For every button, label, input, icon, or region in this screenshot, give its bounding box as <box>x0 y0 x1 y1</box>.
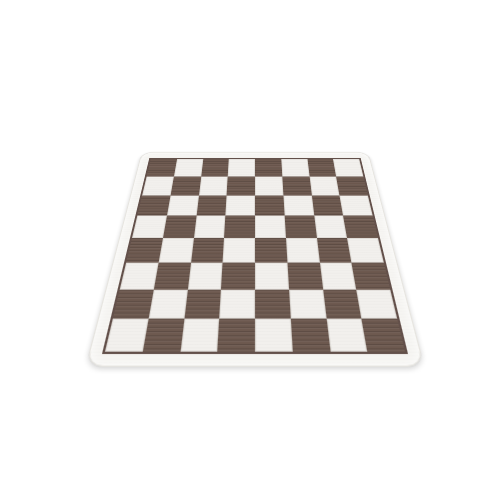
board-square-d3 <box>221 262 255 289</box>
board-square-e4 <box>255 238 287 262</box>
board-square-b1 <box>142 319 183 352</box>
board-square-d6 <box>226 195 255 215</box>
board-square-f3 <box>287 262 322 289</box>
board-square-d1 <box>217 319 255 352</box>
board-square-f2 <box>289 289 326 319</box>
board-square-a3 <box>120 262 159 289</box>
board-square-a6 <box>137 195 170 215</box>
board-square-c4 <box>191 238 225 262</box>
board-square-a1 <box>105 319 148 352</box>
board-square-g2 <box>323 289 362 319</box>
board-square-b7 <box>170 176 200 195</box>
board-square-g8 <box>307 159 336 176</box>
board-square-e3 <box>255 262 289 289</box>
board-square-b6 <box>167 195 199 215</box>
board-square-c8 <box>201 159 229 176</box>
board-square-b3 <box>154 262 191 289</box>
board-square-g4 <box>317 238 352 262</box>
board-square-h7 <box>336 176 368 195</box>
board-square-b4 <box>158 238 193 262</box>
board-square-a2 <box>113 289 154 319</box>
board-square-c7 <box>199 176 228 195</box>
board-square-b2 <box>148 289 187 319</box>
board-square-d2 <box>219 289 255 319</box>
board-square-h6 <box>340 195 373 215</box>
board-square-e1 <box>255 319 293 352</box>
board-square-e7 <box>255 176 283 195</box>
board-square-b5 <box>163 216 196 238</box>
board-square-b8 <box>174 159 203 176</box>
board-square-f4 <box>286 238 320 262</box>
board-square-g1 <box>326 319 367 352</box>
board-square-e8 <box>255 159 282 176</box>
board-square-g5 <box>314 216 347 238</box>
board-square-d4 <box>223 238 255 262</box>
board-frame-line <box>102 158 408 354</box>
board-square-g7 <box>309 176 339 195</box>
board-square-e5 <box>255 216 286 238</box>
board-square-h8 <box>333 159 363 176</box>
board-square-f7 <box>282 176 311 195</box>
board-square-f8 <box>281 159 309 176</box>
board-square-a4 <box>126 238 163 262</box>
board-square-g3 <box>319 262 356 289</box>
board-square-f5 <box>284 216 316 238</box>
board-square-c3 <box>187 262 222 289</box>
board-square-d5 <box>224 216 255 238</box>
board-square-a5 <box>132 216 167 238</box>
board-grid <box>105 159 405 352</box>
board-square-h5 <box>343 216 378 238</box>
board-square-d8 <box>228 159 255 176</box>
board-square-d7 <box>227 176 255 195</box>
board-square-f1 <box>291 319 330 352</box>
board-square-c6 <box>196 195 227 215</box>
board-square-e6 <box>255 195 284 215</box>
board-mat <box>85 152 425 367</box>
board-square-h4 <box>347 238 384 262</box>
board-square-c1 <box>180 319 219 352</box>
photo-canvas <box>0 0 500 500</box>
board-square-c5 <box>194 216 226 238</box>
board-square-f6 <box>283 195 314 215</box>
board-square-c2 <box>184 289 221 319</box>
board-perspective-wrapper <box>85 152 425 367</box>
board-square-h1 <box>362 319 405 352</box>
board-square-h3 <box>352 262 391 289</box>
board-square-a8 <box>147 159 177 176</box>
board-square-e2 <box>255 289 291 319</box>
board-square-h2 <box>356 289 397 319</box>
board-square-a7 <box>142 176 174 195</box>
board-square-g6 <box>311 195 343 215</box>
